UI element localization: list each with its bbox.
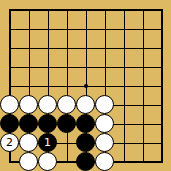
stone-white[interactable] [76,95,95,114]
stone-black[interactable] [19,114,38,133]
move-number-label: 2 [6,137,13,148]
go-board-grid[interactable]: 21 [0,0,171,171]
star-point [84,84,88,88]
stone-white[interactable] [38,95,57,114]
stone-white[interactable] [57,95,76,114]
stone-white[interactable] [19,133,38,152]
go-board-diagram[interactable]: 21 [0,0,171,171]
stone-black[interactable] [76,152,95,171]
stone-white[interactable]: 2 [0,133,19,152]
stone-white[interactable] [38,152,57,171]
stone-white[interactable] [95,133,114,152]
stone-black[interactable] [57,114,76,133]
stone-white[interactable] [0,95,19,114]
stone-white[interactable] [19,152,38,171]
stone-black[interactable]: 1 [38,133,57,152]
stone-white[interactable] [19,95,38,114]
stone-black[interactable] [76,133,95,152]
stone-black[interactable] [38,114,57,133]
stone-black[interactable] [0,114,19,133]
move-number-label: 1 [44,137,51,148]
stone-black[interactable] [76,114,95,133]
stone-white[interactable] [95,114,114,133]
stone-white[interactable] [95,95,114,114]
stone-white[interactable] [95,152,114,171]
